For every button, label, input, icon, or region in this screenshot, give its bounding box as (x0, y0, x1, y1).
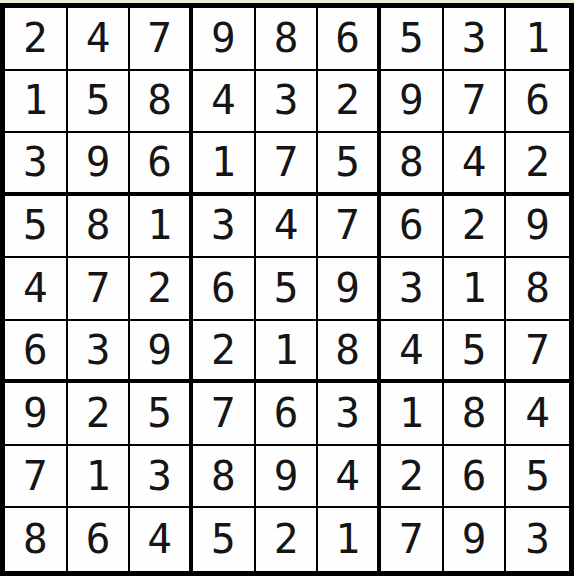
cell-r2c1[interactable]: 1 (5, 71, 68, 134)
cell-r1c3[interactable]: 7 (130, 8, 193, 71)
cell-r7c1[interactable]: 9 (5, 383, 68, 446)
cell-r8c3[interactable]: 3 (130, 446, 193, 509)
cell-r9c6[interactable]: 1 (318, 508, 381, 571)
cell-r6c2[interactable]: 3 (68, 321, 131, 384)
cell-r2c2[interactable]: 5 (68, 71, 131, 134)
cell-r9c7[interactable]: 7 (381, 508, 444, 571)
cell-r2c8[interactable]: 7 (444, 71, 507, 134)
cell-r4c1[interactable]: 5 (5, 196, 68, 259)
cell-r7c4[interactable]: 7 (193, 383, 256, 446)
cell-r7c6[interactable]: 3 (318, 383, 381, 446)
cell-r3c6[interactable]: 5 (318, 133, 381, 196)
cell-r1c2[interactable]: 4 (68, 8, 131, 71)
cell-r2c4[interactable]: 4 (193, 71, 256, 134)
cell-r4c7[interactable]: 6 (381, 196, 444, 259)
cell-r8c5[interactable]: 9 (256, 446, 319, 509)
cell-r8c7[interactable]: 2 (381, 446, 444, 509)
cell-r1c1[interactable]: 2 (5, 8, 68, 71)
cell-r3c2[interactable]: 9 (68, 133, 131, 196)
cell-r9c9[interactable]: 3 (506, 508, 569, 571)
cell-r4c9[interactable]: 9 (506, 196, 569, 259)
cell-r2c6[interactable]: 2 (318, 71, 381, 134)
cell-r9c1[interactable]: 8 (5, 508, 68, 571)
cell-r3c1[interactable]: 3 (5, 133, 68, 196)
cell-r6c8[interactable]: 5 (444, 321, 507, 384)
cell-r8c1[interactable]: 7 (5, 446, 68, 509)
cell-r1c6[interactable]: 6 (318, 8, 381, 71)
cell-r7c5[interactable]: 6 (256, 383, 319, 446)
cell-r9c3[interactable]: 4 (130, 508, 193, 571)
cell-r5c7[interactable]: 3 (381, 258, 444, 321)
cell-r9c4[interactable]: 5 (193, 508, 256, 571)
cell-r6c6[interactable]: 8 (318, 321, 381, 384)
cell-r3c5[interactable]: 7 (256, 133, 319, 196)
cell-r3c4[interactable]: 1 (193, 133, 256, 196)
cell-r2c3[interactable]: 8 (130, 71, 193, 134)
cell-r3c9[interactable]: 2 (506, 133, 569, 196)
cell-r4c5[interactable]: 4 (256, 196, 319, 259)
cell-r9c8[interactable]: 9 (444, 508, 507, 571)
cell-r3c3[interactable]: 6 (130, 133, 193, 196)
cell-r4c4[interactable]: 3 (193, 196, 256, 259)
cell-r7c2[interactable]: 2 (68, 383, 131, 446)
cell-r6c7[interactable]: 4 (381, 321, 444, 384)
cell-r5c1[interactable]: 4 (5, 258, 68, 321)
cell-r8c9[interactable]: 5 (506, 446, 569, 509)
cell-r5c3[interactable]: 2 (130, 258, 193, 321)
cell-r5c4[interactable]: 6 (193, 258, 256, 321)
cell-r2c7[interactable]: 9 (381, 71, 444, 134)
cell-r8c4[interactable]: 8 (193, 446, 256, 509)
cell-r5c9[interactable]: 8 (506, 258, 569, 321)
cell-r6c5[interactable]: 1 (256, 321, 319, 384)
sudoku-screenshot: 2479865311584329763961758425813476294726… (0, 0, 574, 576)
cell-r2c5[interactable]: 3 (256, 71, 319, 134)
cell-r1c7[interactable]: 5 (381, 8, 444, 71)
cell-r3c7[interactable]: 8 (381, 133, 444, 196)
cell-r5c6[interactable]: 9 (318, 258, 381, 321)
cell-r4c3[interactable]: 1 (130, 196, 193, 259)
cell-r6c1[interactable]: 6 (5, 321, 68, 384)
cell-r4c6[interactable]: 7 (318, 196, 381, 259)
cell-r7c7[interactable]: 1 (381, 383, 444, 446)
cell-r2c9[interactable]: 6 (506, 71, 569, 134)
cell-r6c4[interactable]: 2 (193, 321, 256, 384)
cell-r1c9[interactable]: 1 (506, 8, 569, 71)
cell-r9c5[interactable]: 2 (256, 508, 319, 571)
cell-r6c3[interactable]: 9 (130, 321, 193, 384)
cell-r1c8[interactable]: 3 (444, 8, 507, 71)
cell-r7c3[interactable]: 5 (130, 383, 193, 446)
cell-r8c2[interactable]: 1 (68, 446, 131, 509)
cell-r1c4[interactable]: 9 (193, 8, 256, 71)
cell-r5c2[interactable]: 7 (68, 258, 131, 321)
cell-r6c9[interactable]: 7 (506, 321, 569, 384)
cell-r1c5[interactable]: 8 (256, 8, 319, 71)
cell-r5c8[interactable]: 1 (444, 258, 507, 321)
cell-r5c5[interactable]: 5 (256, 258, 319, 321)
cell-r4c2[interactable]: 8 (68, 196, 131, 259)
cell-r4c8[interactable]: 2 (444, 196, 507, 259)
cell-r9c2[interactable]: 6 (68, 508, 131, 571)
cell-r8c8[interactable]: 6 (444, 446, 507, 509)
cell-r7c9[interactable]: 4 (506, 383, 569, 446)
cell-r7c8[interactable]: 8 (444, 383, 507, 446)
cell-r3c8[interactable]: 4 (444, 133, 507, 196)
sudoku-board: 2479865311584329763961758425813476294726… (0, 3, 574, 576)
cell-r8c6[interactable]: 4 (318, 446, 381, 509)
